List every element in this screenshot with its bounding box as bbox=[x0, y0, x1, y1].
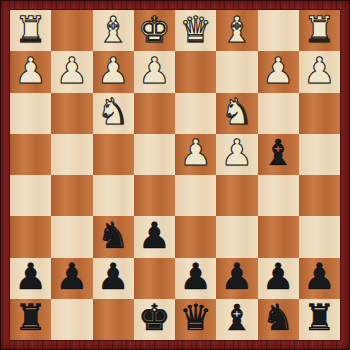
black-rook-piece[interactable]: ♜ bbox=[10, 299, 51, 339]
square-d2[interactable] bbox=[175, 51, 216, 92]
square-f1[interactable]: ♝ bbox=[93, 10, 134, 51]
square-c3[interactable]: ♞ bbox=[216, 93, 257, 134]
square-b1[interactable] bbox=[258, 10, 299, 51]
square-a6[interactable] bbox=[299, 216, 340, 257]
square-d6[interactable] bbox=[175, 216, 216, 257]
square-d5[interactable] bbox=[175, 175, 216, 216]
black-pawn-piece[interactable]: ♟ bbox=[258, 258, 299, 298]
square-d3[interactable] bbox=[175, 93, 216, 134]
black-rook-piece[interactable]: ♜ bbox=[299, 299, 340, 339]
white-pawn-piece[interactable]: ♟ bbox=[299, 51, 340, 91]
square-g2[interactable]: ♟ bbox=[51, 51, 92, 92]
square-b7[interactable]: ♟ bbox=[258, 258, 299, 299]
white-knight-piece[interactable]: ♞ bbox=[216, 93, 257, 133]
square-c5[interactable] bbox=[216, 175, 257, 216]
black-knight-piece[interactable]: ♞ bbox=[93, 216, 134, 256]
square-h7[interactable]: ♟ bbox=[10, 258, 51, 299]
square-h8[interactable]: ♜ bbox=[10, 299, 51, 340]
black-pawn-piece[interactable]: ♟ bbox=[134, 216, 175, 256]
square-e5[interactable] bbox=[134, 175, 175, 216]
white-pawn-piece[interactable]: ♟ bbox=[216, 134, 257, 174]
square-e8[interactable]: ♚ bbox=[134, 299, 175, 340]
square-a1[interactable]: ♜ bbox=[299, 10, 340, 51]
white-pawn-piece[interactable]: ♟ bbox=[175, 134, 216, 174]
white-pawn-piece[interactable]: ♟ bbox=[134, 51, 175, 91]
white-pawn-piece[interactable]: ♟ bbox=[93, 51, 134, 91]
square-e1[interactable]: ♚ bbox=[134, 10, 175, 51]
black-pawn-piece[interactable]: ♟ bbox=[299, 258, 340, 298]
square-b8[interactable]: ♞ bbox=[258, 299, 299, 340]
square-f4[interactable] bbox=[93, 134, 134, 175]
white-pawn-piece[interactable]: ♟ bbox=[258, 51, 299, 91]
square-b3[interactable] bbox=[258, 93, 299, 134]
square-e6[interactable]: ♟ bbox=[134, 216, 175, 257]
square-a3[interactable] bbox=[299, 93, 340, 134]
square-h1[interactable]: ♜ bbox=[10, 10, 51, 51]
square-f5[interactable] bbox=[93, 175, 134, 216]
square-e7[interactable] bbox=[134, 258, 175, 299]
square-c6[interactable] bbox=[216, 216, 257, 257]
square-h6[interactable] bbox=[10, 216, 51, 257]
board-frame: ♜♝♚♛♝♜♟♟♟♟♟♟♞♞♟♟♝♞♟♟♟♟♟♟♟♟♜♚♛♝♞♜ bbox=[0, 0, 350, 350]
black-pawn-piece[interactable]: ♟ bbox=[93, 258, 134, 298]
black-pawn-piece[interactable]: ♟ bbox=[175, 258, 216, 298]
white-rook-piece[interactable]: ♜ bbox=[299, 10, 340, 50]
square-g1[interactable] bbox=[51, 10, 92, 51]
square-g4[interactable] bbox=[51, 134, 92, 175]
chess-board: ♜♝♚♛♝♜♟♟♟♟♟♟♞♞♟♟♝♞♟♟♟♟♟♟♟♟♜♚♛♝♞♜ bbox=[10, 10, 340, 340]
black-pawn-piece[interactable]: ♟ bbox=[51, 258, 92, 298]
square-f6[interactable]: ♞ bbox=[93, 216, 134, 257]
white-knight-piece[interactable]: ♞ bbox=[93, 93, 134, 133]
white-bishop-piece[interactable]: ♝ bbox=[93, 10, 134, 50]
square-b4[interactable]: ♝ bbox=[258, 134, 299, 175]
white-pawn-piece[interactable]: ♟ bbox=[10, 51, 51, 91]
square-f2[interactable]: ♟ bbox=[93, 51, 134, 92]
black-king-piece[interactable]: ♚ bbox=[134, 299, 175, 339]
square-d1[interactable]: ♛ bbox=[175, 10, 216, 51]
square-b2[interactable]: ♟ bbox=[258, 51, 299, 92]
white-bishop-piece[interactable]: ♝ bbox=[216, 10, 257, 50]
square-f7[interactable]: ♟ bbox=[93, 258, 134, 299]
square-b6[interactable] bbox=[258, 216, 299, 257]
square-h3[interactable] bbox=[10, 93, 51, 134]
square-e3[interactable] bbox=[134, 93, 175, 134]
square-c2[interactable] bbox=[216, 51, 257, 92]
square-g3[interactable] bbox=[51, 93, 92, 134]
square-c1[interactable]: ♝ bbox=[216, 10, 257, 51]
square-a4[interactable] bbox=[299, 134, 340, 175]
white-rook-piece[interactable]: ♜ bbox=[10, 10, 51, 50]
square-d4[interactable]: ♟ bbox=[175, 134, 216, 175]
white-king-piece[interactable]: ♚ bbox=[134, 10, 175, 50]
black-pawn-piece[interactable]: ♟ bbox=[10, 258, 51, 298]
square-e2[interactable]: ♟ bbox=[134, 51, 175, 92]
square-h5[interactable] bbox=[10, 175, 51, 216]
square-f3[interactable]: ♞ bbox=[93, 93, 134, 134]
square-c7[interactable]: ♟ bbox=[216, 258, 257, 299]
square-c4[interactable]: ♟ bbox=[216, 134, 257, 175]
square-a7[interactable]: ♟ bbox=[299, 258, 340, 299]
square-g6[interactable] bbox=[51, 216, 92, 257]
square-a2[interactable]: ♟ bbox=[299, 51, 340, 92]
black-knight-piece[interactable]: ♞ bbox=[258, 299, 299, 339]
square-b5[interactable] bbox=[258, 175, 299, 216]
square-e4[interactable] bbox=[134, 134, 175, 175]
square-h4[interactable] bbox=[10, 134, 51, 175]
white-queen-piece[interactable]: ♛ bbox=[175, 10, 216, 50]
square-a5[interactable] bbox=[299, 175, 340, 216]
square-d7[interactable]: ♟ bbox=[175, 258, 216, 299]
square-d8[interactable]: ♛ bbox=[175, 299, 216, 340]
white-pawn-piece[interactable]: ♟ bbox=[51, 51, 92, 91]
square-g5[interactable] bbox=[51, 175, 92, 216]
black-bishop-piece[interactable]: ♝ bbox=[216, 299, 257, 339]
square-g8[interactable] bbox=[51, 299, 92, 340]
square-h2[interactable]: ♟ bbox=[10, 51, 51, 92]
square-c8[interactable]: ♝ bbox=[216, 299, 257, 340]
square-f8[interactable] bbox=[93, 299, 134, 340]
black-pawn-piece[interactable]: ♟ bbox=[216, 258, 257, 298]
square-g7[interactable]: ♟ bbox=[51, 258, 92, 299]
square-a8[interactable]: ♜ bbox=[299, 299, 340, 340]
black-bishop-piece[interactable]: ♝ bbox=[258, 134, 299, 174]
black-queen-piece[interactable]: ♛ bbox=[175, 299, 216, 339]
